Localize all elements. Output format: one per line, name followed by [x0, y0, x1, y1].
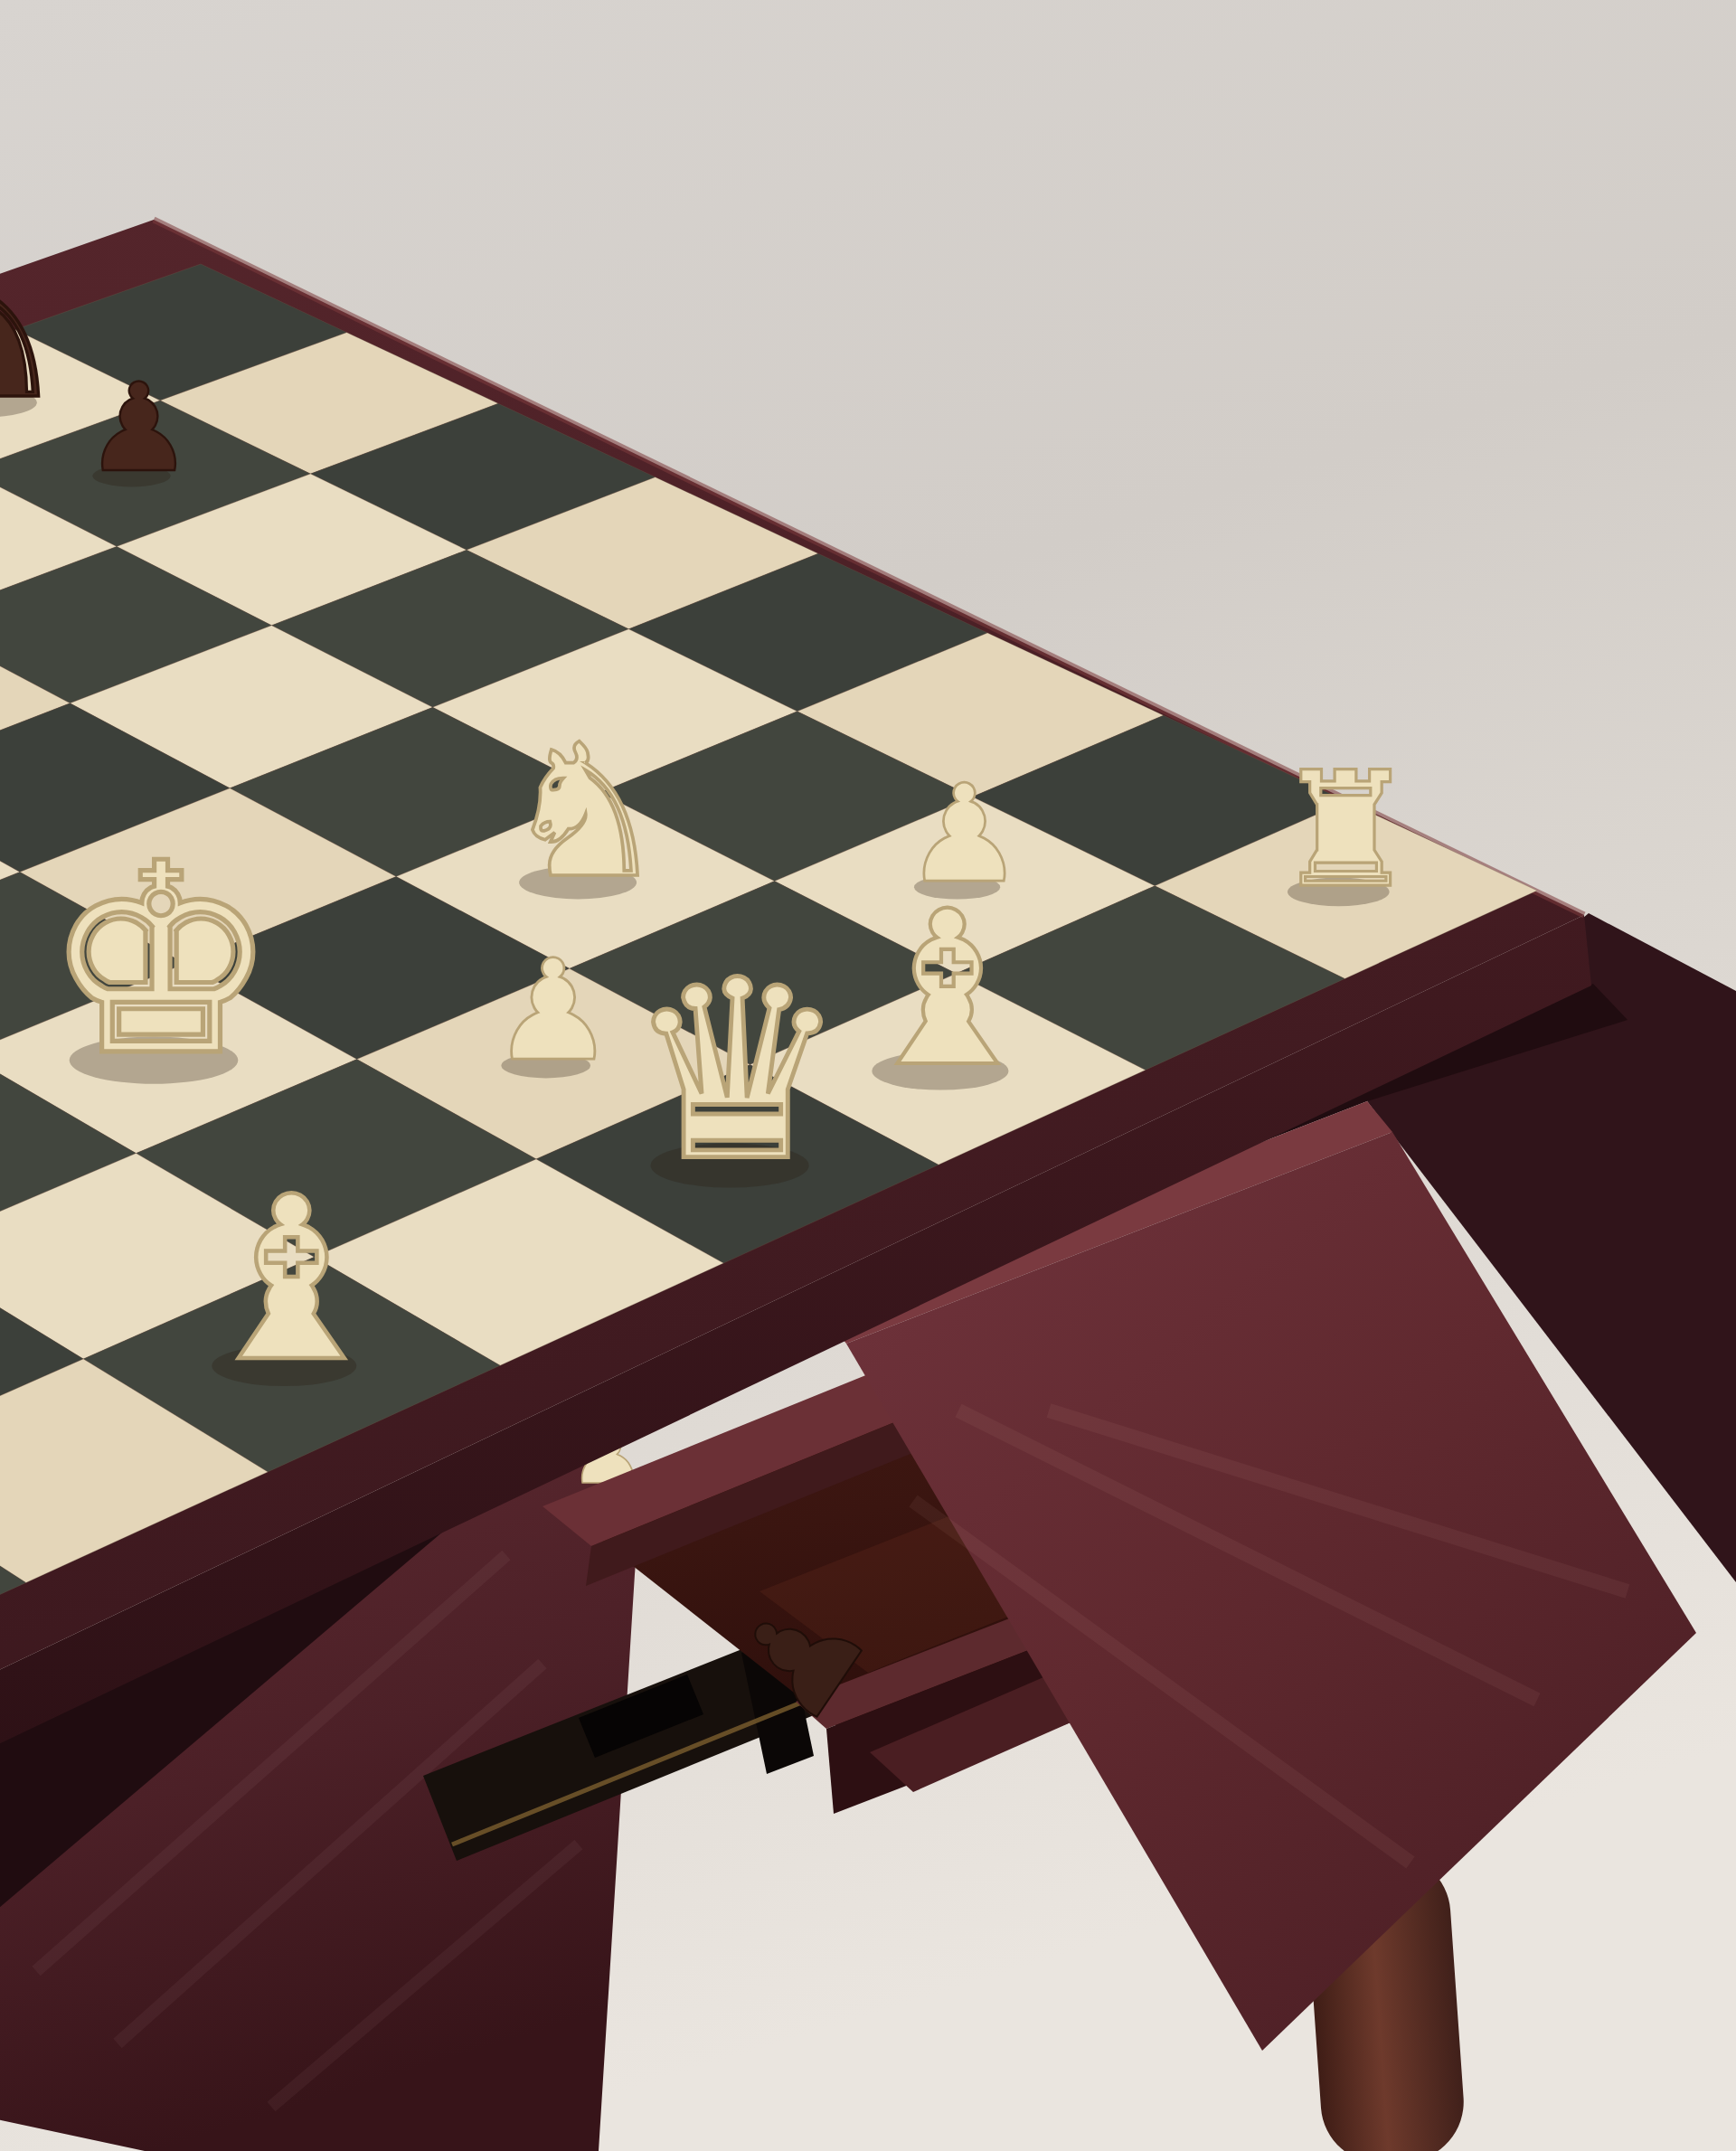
- white-king-glyph: ♚: [43, 807, 279, 1114]
- white-rook-glyph: ♜: [1274, 738, 1417, 923]
- piece-black-pawn-b7: ♟: [84, 357, 193, 499]
- piece-black-knight-b8: ♞: [0, 244, 65, 435]
- black-pawn-glyph: ♟: [84, 357, 193, 499]
- white-pawn-glyph: ♟: [491, 929, 616, 1091]
- chess-table-photo: ♟ ♟♟ ♞♟♟♞♟♜♚♟♝♛♝: [0, 0, 1736, 2151]
- piece-white-queen-d1: ♛: [626, 928, 848, 1216]
- piece-white-knight-c3: ♞: [503, 705, 667, 919]
- white-bishop-glyph: ♝: [852, 865, 1043, 1114]
- black-knight-glyph: ♞: [0, 244, 65, 435]
- white-queen-glyph: ♛: [626, 928, 848, 1216]
- white-knight-glyph: ♞: [503, 705, 667, 919]
- piece-white-king-e3: ♚: [43, 807, 279, 1114]
- white-bishop-glyph: ♝: [190, 1148, 392, 1411]
- piece-white-bishop-c1: ♝: [852, 865, 1043, 1114]
- product-photo-scene: ♟ ♟♟ ♞♟♟♞♟♜♚♟♝♛♝: [0, 0, 1736, 2151]
- piece-white-rook-a1: ♜: [1274, 738, 1417, 923]
- piece-white-pawn-d2: ♟: [491, 929, 616, 1091]
- piece-white-bishop-f1: ♝: [190, 1148, 392, 1411]
